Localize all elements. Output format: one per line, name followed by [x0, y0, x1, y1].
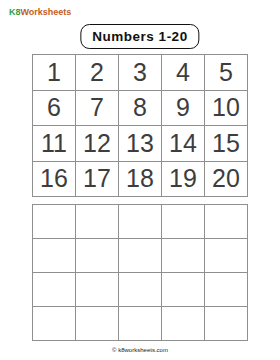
- worksheet-title: Numbers 1-20: [92, 29, 187, 44]
- number-cell-17: 17: [76, 162, 118, 197]
- number-cell-3: 3: [119, 55, 161, 90]
- practice-cell[interactable]: [162, 239, 204, 272]
- brand-logo: K8Worksheets: [9, 7, 71, 18]
- number-cell-1: 1: [33, 55, 75, 90]
- practice-cell[interactable]: [205, 205, 247, 238]
- number-cell-19: 19: [162, 162, 204, 197]
- numbers-grid: 1 2 3 4 5 6 7 8 9 10 11 12 13 14 15 16 1…: [32, 54, 248, 197]
- practice-cell[interactable]: [205, 273, 247, 306]
- practice-cell[interactable]: [205, 239, 247, 272]
- practice-cell[interactable]: [162, 307, 204, 340]
- practice-cell[interactable]: [76, 205, 118, 238]
- worksheet-title-box: Numbers 1-20: [80, 24, 199, 49]
- number-cell-20: 20: [205, 162, 247, 197]
- number-cell-2: 2: [76, 55, 118, 90]
- practice-grid: [32, 204, 248, 341]
- practice-cell[interactable]: [76, 273, 118, 306]
- copyright-text: © k8worksheets.com: [0, 347, 280, 353]
- number-cell-11: 11: [33, 126, 75, 161]
- practice-cell[interactable]: [119, 239, 161, 272]
- practice-cell[interactable]: [76, 307, 118, 340]
- number-cell-15: 15: [205, 126, 247, 161]
- number-cell-16: 16: [33, 162, 75, 197]
- practice-cell[interactable]: [162, 273, 204, 306]
- number-cell-9: 9: [162, 91, 204, 126]
- number-cell-12: 12: [76, 126, 118, 161]
- brand-logo-k8: K8: [9, 7, 21, 17]
- number-cell-6: 6: [33, 91, 75, 126]
- practice-cell[interactable]: [205, 307, 247, 340]
- practice-cell[interactable]: [33, 273, 75, 306]
- practice-cell[interactable]: [76, 239, 118, 272]
- number-cell-5: 5: [205, 55, 247, 90]
- number-cell-4: 4: [162, 55, 204, 90]
- number-cell-14: 14: [162, 126, 204, 161]
- number-cell-10: 10: [205, 91, 247, 126]
- practice-cell[interactable]: [33, 205, 75, 238]
- practice-cell[interactable]: [162, 205, 204, 238]
- number-cell-7: 7: [76, 91, 118, 126]
- number-cell-13: 13: [119, 126, 161, 161]
- number-cell-8: 8: [119, 91, 161, 126]
- practice-cell[interactable]: [119, 273, 161, 306]
- practice-cell[interactable]: [33, 307, 75, 340]
- practice-cell[interactable]: [119, 307, 161, 340]
- practice-cell[interactable]: [119, 205, 161, 238]
- brand-logo-worksheets: Worksheets: [21, 7, 72, 17]
- number-cell-18: 18: [119, 162, 161, 197]
- practice-cell[interactable]: [33, 239, 75, 272]
